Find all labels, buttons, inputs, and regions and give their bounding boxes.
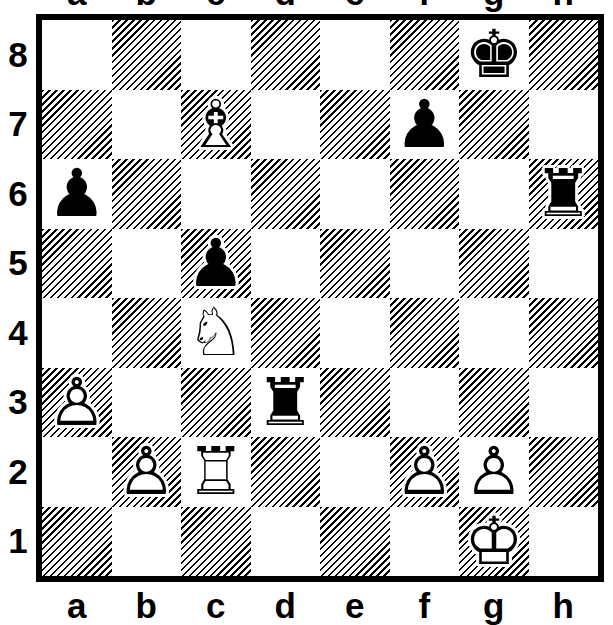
square-d2[interactable] — [251, 437, 321, 507]
black-pawn-icon: ♟ — [42, 159, 112, 229]
square-g3[interactable] — [459, 368, 529, 438]
piece-black-pawn-f7[interactable]: ♟♟ — [390, 90, 460, 160]
piece-white-knight-c4[interactable]: ♞♘ — [181, 298, 251, 368]
file-label-a: a — [42, 588, 112, 623]
square-d8[interactable] — [251, 20, 321, 90]
square-b4[interactable] — [112, 298, 182, 368]
file-label-g: g — [459, 588, 529, 623]
chess-board: ♚♚♝♗♟♟♟♟♜♜♟♟♞♘♟♙♜♜♟♙♜♖♟♙♟♙♚♔ — [36, 14, 604, 582]
square-e7[interactable] — [320, 90, 390, 160]
white-pawn-icon: ♙ — [390, 437, 460, 507]
piece-white-pawn-g2[interactable]: ♟♙ — [459, 437, 529, 507]
white-pawn-icon: ♙ — [42, 368, 112, 438]
file-label-f: f — [390, 588, 460, 623]
square-c4[interactable]: ♞♘ — [181, 298, 251, 368]
piece-white-pawn-a3[interactable]: ♟♙ — [42, 368, 112, 438]
square-a5[interactable] — [42, 229, 112, 299]
file-label-top-e: e — [320, 0, 390, 10]
square-c8[interactable] — [181, 20, 251, 90]
file-label-top-c: c — [181, 0, 251, 10]
square-f2[interactable]: ♟♙ — [390, 437, 460, 507]
square-d3[interactable]: ♜♜ — [251, 368, 321, 438]
piece-white-pawn-f2[interactable]: ♟♙ — [390, 437, 460, 507]
piece-black-pawn-a6[interactable]: ♟♟ — [42, 159, 112, 229]
piece-white-rook-c2[interactable]: ♜♖ — [181, 437, 251, 507]
piece-white-king-g1[interactable]: ♚♔ — [459, 507, 529, 577]
square-h6[interactable]: ♜♜ — [529, 159, 599, 229]
square-f7[interactable]: ♟♟ — [390, 90, 460, 160]
file-label-b: b — [112, 588, 182, 623]
square-e1[interactable] — [320, 507, 390, 577]
square-f8[interactable] — [390, 20, 460, 90]
square-c1[interactable] — [181, 507, 251, 577]
square-c3[interactable] — [181, 368, 251, 438]
square-g6[interactable] — [459, 159, 529, 229]
square-f4[interactable] — [390, 298, 460, 368]
white-bishop-icon: ♗ — [181, 90, 251, 160]
square-h5[interactable] — [529, 229, 599, 299]
black-pawn-icon: ♟ — [390, 90, 460, 160]
square-d5[interactable] — [251, 229, 321, 299]
file-label-c: c — [181, 588, 251, 623]
white-knight-icon: ♘ — [181, 298, 251, 368]
file-label-d: d — [251, 588, 321, 623]
square-b1[interactable] — [112, 507, 182, 577]
square-a6[interactable]: ♟♟ — [42, 159, 112, 229]
square-g8[interactable]: ♚♚ — [459, 20, 529, 90]
rank-label-3: 3 — [0, 368, 36, 438]
square-h3[interactable] — [529, 368, 599, 438]
square-a1[interactable] — [42, 507, 112, 577]
black-rook-icon: ♜ — [529, 159, 599, 229]
piece-black-pawn-c5[interactable]: ♟♟ — [181, 229, 251, 299]
square-e5[interactable] — [320, 229, 390, 299]
piece-black-rook-d3[interactable]: ♜♜ — [251, 368, 321, 438]
chess-diagram: abcdefgh 87654321 ♚♚♝♗♟♟♟♟♜♜♟♟♞♘♟♙♜♜♟♙♜♖… — [0, 0, 613, 625]
rank-label-6: 6 — [0, 159, 36, 229]
white-pawn-icon: ♙ — [112, 437, 182, 507]
square-a4[interactable] — [42, 298, 112, 368]
square-h7[interactable] — [529, 90, 599, 160]
square-b7[interactable] — [112, 90, 182, 160]
board-grid: ♚♚♝♗♟♟♟♟♜♜♟♟♞♘♟♙♜♜♟♙♜♖♟♙♟♙♚♔ — [42, 20, 598, 576]
square-a2[interactable] — [42, 437, 112, 507]
square-h2[interactable] — [529, 437, 599, 507]
square-f5[interactable] — [390, 229, 460, 299]
rank-label-7: 7 — [0, 90, 36, 160]
square-g5[interactable] — [459, 229, 529, 299]
file-label-top-h: h — [529, 0, 599, 10]
square-d7[interactable] — [251, 90, 321, 160]
piece-black-king-g8[interactable]: ♚♚ — [459, 20, 529, 90]
square-h8[interactable] — [529, 20, 599, 90]
square-c6[interactable] — [181, 159, 251, 229]
rank-label-5: 5 — [0, 229, 36, 299]
file-label-top-f: f — [390, 0, 460, 10]
square-a3[interactable]: ♟♙ — [42, 368, 112, 438]
square-h4[interactable] — [529, 298, 599, 368]
white-rook-icon: ♖ — [181, 437, 251, 507]
square-e6[interactable] — [320, 159, 390, 229]
square-e3[interactable] — [320, 368, 390, 438]
square-c7[interactable]: ♝♗ — [181, 90, 251, 160]
square-a7[interactable] — [42, 90, 112, 160]
square-e2[interactable] — [320, 437, 390, 507]
file-labels-top: abcdefgh — [42, 0, 598, 10]
square-e4[interactable] — [320, 298, 390, 368]
file-label-h: h — [529, 588, 599, 623]
square-b6[interactable] — [112, 159, 182, 229]
square-g1[interactable]: ♚♔ — [459, 507, 529, 577]
piece-white-pawn-b2[interactable]: ♟♙ — [112, 437, 182, 507]
square-c5[interactable]: ♟♟ — [181, 229, 251, 299]
rank-label-1: 1 — [0, 507, 36, 577]
square-b2[interactable]: ♟♙ — [112, 437, 182, 507]
file-label-top-g: g — [459, 0, 529, 10]
square-g7[interactable] — [459, 90, 529, 160]
square-d1[interactable] — [251, 507, 321, 577]
square-f1[interactable] — [390, 507, 460, 577]
square-g4[interactable] — [459, 298, 529, 368]
square-h1[interactable] — [529, 507, 599, 577]
square-g2[interactable]: ♟♙ — [459, 437, 529, 507]
square-f6[interactable] — [390, 159, 460, 229]
piece-black-rook-h6[interactable]: ♜♜ — [529, 159, 599, 229]
square-f3[interactable] — [390, 368, 460, 438]
square-e8[interactable] — [320, 20, 390, 90]
black-king-icon: ♚ — [459, 20, 529, 90]
square-b3[interactable] — [112, 368, 182, 438]
white-king-icon: ♔ — [459, 507, 529, 577]
square-a8[interactable] — [42, 20, 112, 90]
black-rook-icon: ♜ — [251, 368, 321, 438]
rank-label-8: 8 — [0, 20, 36, 90]
square-b8[interactable] — [112, 20, 182, 90]
rank-label-4: 4 — [0, 298, 36, 368]
file-labels-bottom: abcdefgh — [42, 588, 598, 623]
square-b5[interactable] — [112, 229, 182, 299]
white-pawn-icon: ♙ — [459, 437, 529, 507]
square-d6[interactable] — [251, 159, 321, 229]
file-label-top-d: d — [251, 0, 321, 10]
file-label-top-a: a — [42, 0, 112, 10]
square-c2[interactable]: ♜♖ — [181, 437, 251, 507]
file-label-e: e — [320, 588, 390, 623]
rank-label-2: 2 — [0, 437, 36, 507]
black-pawn-icon: ♟ — [181, 229, 251, 299]
rank-labels: 87654321 — [0, 20, 36, 576]
piece-white-bishop-c7[interactable]: ♝♗ — [181, 90, 251, 160]
square-d4[interactable] — [251, 298, 321, 368]
file-label-top-b: b — [112, 0, 182, 10]
